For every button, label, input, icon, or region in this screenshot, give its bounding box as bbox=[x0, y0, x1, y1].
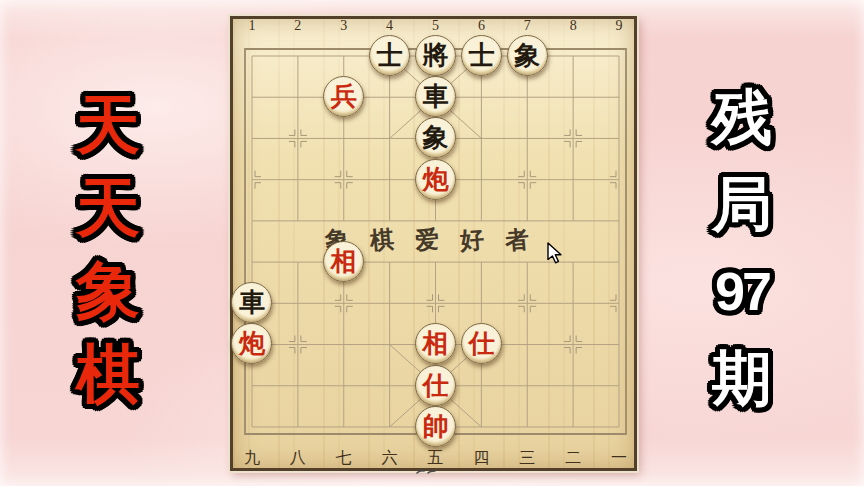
board-point-4-2[interactable] bbox=[367, 76, 413, 117]
board-point-9-2[interactable] bbox=[596, 76, 642, 117]
file-label: 二 bbox=[550, 449, 596, 467]
board-point-1-2[interactable] bbox=[229, 76, 275, 117]
watermark-smudge bbox=[415, 467, 437, 476]
mouse-cursor-icon bbox=[547, 242, 563, 264]
board-point-9-6[interactable] bbox=[596, 241, 642, 282]
file-label: 2 bbox=[275, 17, 321, 35]
board-point-7-1[interactable]: 象 bbox=[504, 35, 550, 76]
board-point-7-2[interactable] bbox=[504, 76, 550, 117]
file-label: 8 bbox=[550, 17, 596, 35]
board-point-2-1[interactable] bbox=[275, 35, 321, 76]
file-label: 八 bbox=[275, 449, 321, 467]
board-point-4-5[interactable] bbox=[367, 200, 413, 241]
board-point-6-4[interactable] bbox=[458, 159, 504, 200]
board-point-2-7[interactable] bbox=[275, 282, 321, 323]
piece-grid: 士將士象兵車象炮相車炮相仕仕帥 bbox=[229, 35, 642, 447]
board-point-2-4[interactable] bbox=[275, 159, 321, 200]
xiangqi-board: 1 2 3 4 5 6 7 8 9 九 八 七 六 五 四 三 二 一 象 棋 … bbox=[230, 16, 637, 471]
board-point-6-2[interactable] bbox=[458, 76, 504, 117]
board-point-8-2[interactable] bbox=[550, 76, 596, 117]
board-point-5-2[interactable]: 車 bbox=[413, 76, 459, 117]
file-label: 9 bbox=[596, 17, 642, 35]
board-point-2-10[interactable] bbox=[275, 406, 321, 447]
board-point-5-6[interactable] bbox=[413, 241, 459, 282]
board-point-3-4[interactable] bbox=[321, 159, 367, 200]
piece-black-象[interactable]: 象 bbox=[415, 117, 456, 158]
file-label: 四 bbox=[458, 449, 504, 467]
file-label: 七 bbox=[321, 449, 367, 467]
board-point-9-1[interactable] bbox=[596, 35, 642, 76]
banner-episode-number: 97 bbox=[699, 248, 785, 335]
banner-char: 残 bbox=[699, 74, 785, 161]
board-point-4-9[interactable] bbox=[367, 365, 413, 406]
board-point-8-4[interactable] bbox=[550, 159, 596, 200]
board-point-2-6[interactable] bbox=[275, 241, 321, 282]
board-point-3-6[interactable]: 相 bbox=[321, 241, 367, 282]
board-point-6-7[interactable] bbox=[458, 282, 504, 323]
board-point-2-3[interactable] bbox=[275, 117, 321, 158]
board-point-3-3[interactable] bbox=[321, 117, 367, 158]
banner-char: 棋 bbox=[66, 333, 150, 416]
file-label: 五 bbox=[413, 449, 459, 467]
piece-red-仕[interactable]: 仕 bbox=[415, 365, 456, 406]
board-point-7-10[interactable] bbox=[504, 406, 550, 447]
board-point-9-10[interactable] bbox=[596, 406, 642, 447]
piece-red-帥[interactable]: 帥 bbox=[415, 406, 456, 447]
board-point-6-3[interactable] bbox=[458, 117, 504, 158]
board-point-5-9[interactable]: 仕 bbox=[413, 365, 459, 406]
board-point-4-4[interactable] bbox=[367, 159, 413, 200]
board-point-2-5[interactable] bbox=[275, 200, 321, 241]
board-point-7-4[interactable] bbox=[504, 159, 550, 200]
piece-black-象[interactable]: 象 bbox=[507, 35, 548, 76]
board-point-2-9[interactable] bbox=[275, 365, 321, 406]
file-label: 1 bbox=[229, 17, 275, 35]
board-point-4-7[interactable] bbox=[367, 282, 413, 323]
board-point-5-4[interactable]: 炮 bbox=[413, 159, 459, 200]
piece-red-兵[interactable]: 兵 bbox=[323, 76, 364, 117]
piece-red-炮[interactable]: 炮 bbox=[415, 159, 456, 200]
board-point-7-7[interactable] bbox=[504, 282, 550, 323]
board-point-3-2[interactable]: 兵 bbox=[321, 76, 367, 117]
board-point-1-4[interactable] bbox=[229, 159, 275, 200]
board-point-8-9[interactable] bbox=[550, 365, 596, 406]
board-point-5-1[interactable]: 將 bbox=[413, 35, 459, 76]
board-point-4-10[interactable] bbox=[367, 406, 413, 447]
board-point-8-8[interactable] bbox=[550, 323, 596, 364]
file-label: 一 bbox=[596, 449, 642, 467]
board-point-5-8[interactable]: 相 bbox=[413, 323, 459, 364]
board-point-9-9[interactable] bbox=[596, 365, 642, 406]
banner-char: 天 bbox=[66, 167, 150, 250]
banner-char: 期 bbox=[699, 335, 785, 422]
file-label: 3 bbox=[321, 17, 367, 35]
board-point-3-8[interactable] bbox=[321, 323, 367, 364]
piece-black-士[interactable]: 士 bbox=[369, 35, 410, 76]
board-point-1-10[interactable] bbox=[229, 406, 275, 447]
board-point-1-7[interactable]: 車 bbox=[229, 282, 275, 323]
board-point-5-10[interactable]: 帥 bbox=[413, 406, 459, 447]
board-point-8-5[interactable] bbox=[550, 200, 596, 241]
board-point-9-3[interactable] bbox=[596, 117, 642, 158]
board-point-4-1[interactable]: 士 bbox=[367, 35, 413, 76]
board-point-2-8[interactable] bbox=[275, 323, 321, 364]
board-point-9-4[interactable] bbox=[596, 159, 642, 200]
board-point-1-9[interactable] bbox=[229, 365, 275, 406]
board-point-6-10[interactable] bbox=[458, 406, 504, 447]
board-point-9-7[interactable] bbox=[596, 282, 642, 323]
piece-red-仕[interactable]: 仕 bbox=[461, 323, 502, 364]
file-label: 5 bbox=[413, 17, 459, 35]
board-point-5-7[interactable] bbox=[413, 282, 459, 323]
file-label: 4 bbox=[367, 17, 413, 35]
board-point-3-9[interactable] bbox=[321, 365, 367, 406]
board-point-5-5[interactable] bbox=[413, 200, 459, 241]
piece-red-炮[interactable]: 炮 bbox=[231, 323, 272, 364]
file-label: 三 bbox=[504, 449, 550, 467]
board-point-7-6[interactable] bbox=[504, 241, 550, 282]
board-point-1-1[interactable] bbox=[229, 35, 275, 76]
board-point-6-8[interactable]: 仕 bbox=[458, 323, 504, 364]
banner-char: 天 bbox=[66, 84, 150, 167]
board-point-4-3[interactable] bbox=[367, 117, 413, 158]
board-point-6-9[interactable] bbox=[458, 365, 504, 406]
board-point-9-8[interactable] bbox=[596, 323, 642, 364]
board-point-1-3[interactable] bbox=[229, 117, 275, 158]
board-point-6-5[interactable] bbox=[458, 200, 504, 241]
right-banner-episode: 残 局 97 期 bbox=[699, 74, 785, 422]
board-point-9-5[interactable] bbox=[596, 200, 642, 241]
board-point-7-9[interactable] bbox=[504, 365, 550, 406]
file-label: 九 bbox=[229, 449, 275, 467]
board-point-8-1[interactable] bbox=[550, 35, 596, 76]
board-point-3-10[interactable] bbox=[321, 406, 367, 447]
board-point-7-3[interactable] bbox=[504, 117, 550, 158]
file-label: 7 bbox=[504, 17, 550, 35]
board-point-7-5[interactable] bbox=[504, 200, 550, 241]
file-label: 六 bbox=[367, 449, 413, 467]
board-point-3-1[interactable] bbox=[321, 35, 367, 76]
piece-black-將[interactable]: 將 bbox=[415, 35, 456, 76]
piece-black-車[interactable]: 車 bbox=[231, 282, 272, 323]
piece-red-相[interactable]: 相 bbox=[415, 323, 456, 364]
board-point-4-6[interactable] bbox=[367, 241, 413, 282]
piece-black-士[interactable]: 士 bbox=[461, 35, 502, 76]
board-point-6-6[interactable] bbox=[458, 241, 504, 282]
board-point-8-7[interactable] bbox=[550, 282, 596, 323]
board-point-1-8[interactable]: 炮 bbox=[229, 323, 275, 364]
board-point-5-3[interactable]: 象 bbox=[413, 117, 459, 158]
piece-black-車[interactable]: 車 bbox=[415, 76, 456, 117]
board-point-1-5[interactable] bbox=[229, 200, 275, 241]
board-point-7-8[interactable] bbox=[504, 323, 550, 364]
board-point-1-6[interactable] bbox=[229, 241, 275, 282]
board-point-4-8[interactable] bbox=[367, 323, 413, 364]
left-banner-title: 天 天 象 棋 bbox=[66, 84, 150, 416]
screenshot-stage: 天 天 象 棋 残 局 97 期 1 2 3 4 5 6 7 8 9 九 八 七… bbox=[0, 0, 864, 486]
board-point-8-10[interactable] bbox=[550, 406, 596, 447]
file-labels-bottom: 九 八 七 六 五 四 三 二 一 bbox=[229, 449, 642, 467]
board-point-3-7[interactable] bbox=[321, 282, 367, 323]
banner-char: 局 bbox=[699, 161, 785, 248]
board-point-2-2[interactable] bbox=[275, 76, 321, 117]
file-label: 6 bbox=[458, 17, 504, 35]
board-point-8-3[interactable] bbox=[550, 117, 596, 158]
piece-red-相[interactable]: 相 bbox=[323, 241, 364, 282]
banner-char: 象 bbox=[66, 250, 150, 333]
board-point-6-1[interactable]: 士 bbox=[458, 35, 504, 76]
board-point-3-5[interactable] bbox=[321, 200, 367, 241]
file-labels-top: 1 2 3 4 5 6 7 8 9 bbox=[229, 17, 642, 35]
